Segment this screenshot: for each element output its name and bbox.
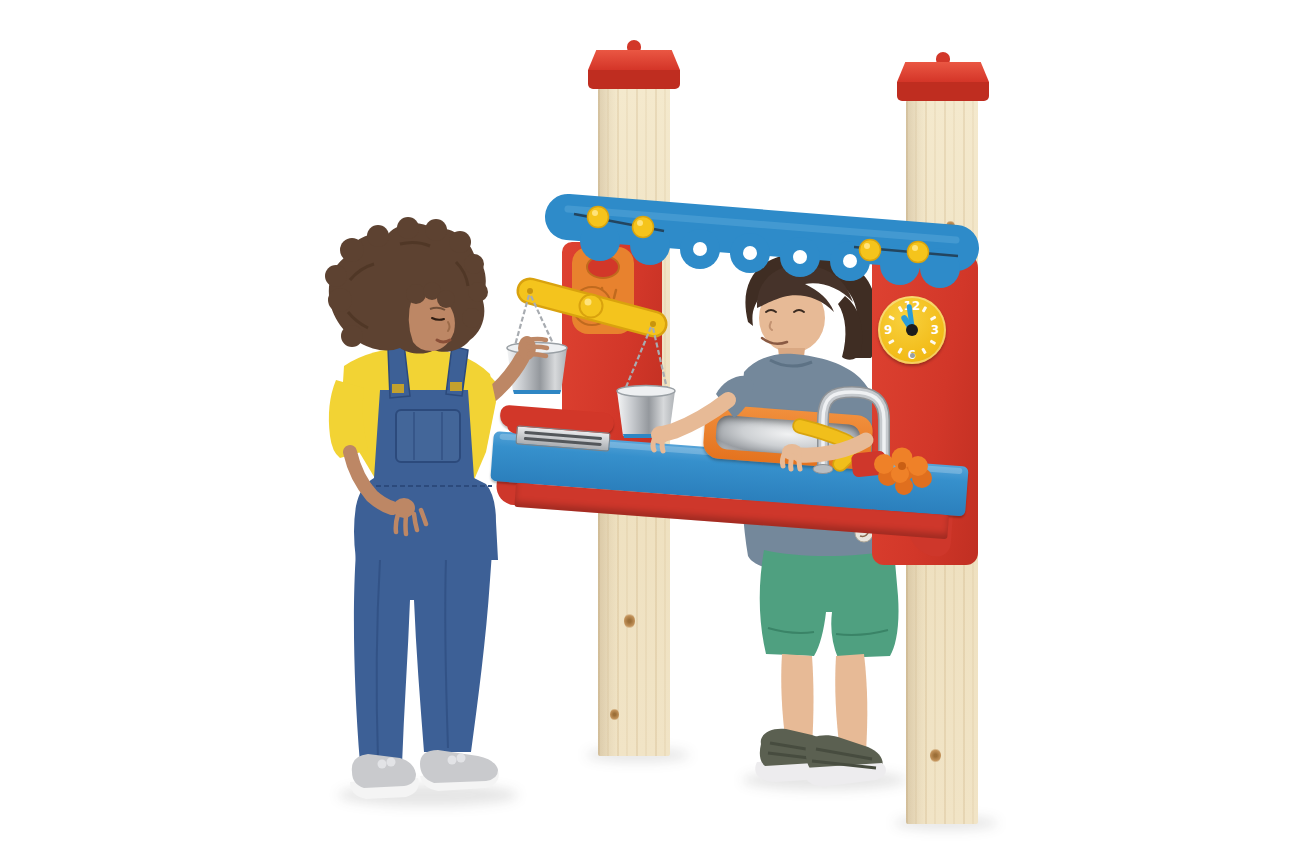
- beam-pin: [650, 321, 656, 327]
- girl-shoe-right-bow: [457, 754, 466, 763]
- strap-buckle: [392, 384, 404, 393]
- clock-tick: [888, 315, 894, 320]
- girl-shoe-left-bow: [378, 760, 387, 769]
- boy-arm-left: [663, 400, 728, 434]
- girl-shoe-left: [352, 754, 416, 788]
- valance: [540, 180, 990, 290]
- scene: 12 3 6 9: [0, 0, 1300, 867]
- strap-buckle: [450, 382, 462, 391]
- boy-shorts: [760, 550, 899, 658]
- girl-shoe-left-bow: [387, 758, 396, 767]
- wood-knot: [624, 613, 635, 629]
- girl-jeans: [354, 552, 492, 765]
- scale-knob: [580, 295, 603, 318]
- play-clock: 12 3 6 9: [878, 296, 946, 364]
- knob-highlight: [585, 299, 592, 306]
- clock-numeral-3: 3: [931, 324, 939, 336]
- right-post-cap: [897, 52, 989, 106]
- left-post-cap: [588, 40, 680, 94]
- clock-tick: [922, 348, 927, 354]
- clock-hub: [906, 324, 918, 336]
- clock-tick: [930, 339, 936, 344]
- girl-fingers-raised: [528, 339, 547, 356]
- wood-knot: [610, 708, 619, 721]
- girl-shoe-right-bow: [448, 756, 457, 765]
- child-girl-figure: [320, 220, 565, 815]
- wood-knot: [930, 748, 941, 763]
- dungarees-pocket: [396, 410, 460, 462]
- boy-leg-right: [835, 654, 867, 752]
- clock-numeral-9: 9: [884, 324, 892, 336]
- clock-tick: [922, 306, 927, 312]
- clock-tick: [888, 339, 894, 344]
- clock-tick: [898, 348, 903, 354]
- boy-arm-right: [800, 440, 866, 455]
- clock-tick: [930, 315, 936, 320]
- child-boy-arms: [645, 365, 915, 480]
- clock-screw: [910, 353, 915, 358]
- clock-tick: [898, 306, 903, 312]
